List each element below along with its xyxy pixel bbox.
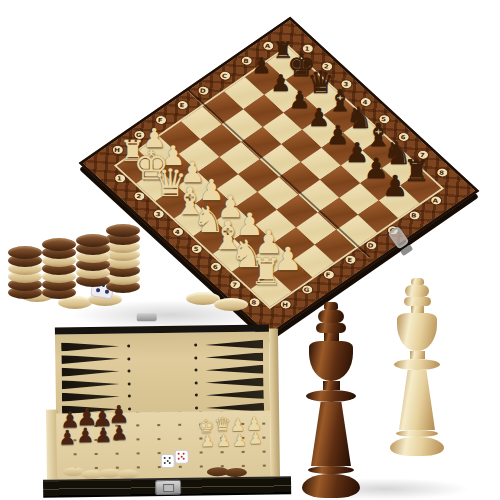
mini-light-piece[interactable]: ♟: [216, 433, 231, 449]
lid-dot: [195, 381, 198, 384]
box-storage-base: ♟♟♟♟♟♟♟♟♚♛♟♟♟♟♟♟: [56, 411, 271, 480]
king-body: [399, 370, 435, 430]
mini-dark-piece[interactable]: ♟: [76, 425, 94, 445]
backgammon-point-left: [61, 342, 119, 352]
coord-text: A: [430, 196, 441, 206]
king-crown: [397, 313, 437, 351]
loose-checker-chip[interactable]: [214, 298, 248, 311]
coord-text: 8: [436, 168, 447, 178]
die-pip: [178, 453, 180, 455]
coord-text: D: [198, 86, 209, 96]
king-base-ring: [396, 430, 438, 437]
chess-piece-dark-p[interactable]: ♟: [252, 55, 272, 77]
coord-label-top-8: 8: [434, 166, 451, 180]
king-foot: [302, 474, 360, 498]
lid-dot: [127, 357, 130, 360]
lid-dot: [127, 344, 130, 347]
chess-piece-dark-p[interactable]: ♟: [270, 72, 291, 95]
coord-text: E: [344, 255, 355, 265]
coord-text: B: [408, 211, 419, 221]
die-pip: [183, 453, 185, 455]
lid-dot: [128, 382, 131, 385]
chess-piece-dark-p[interactable]: ♟: [382, 172, 408, 201]
coord-text: D: [366, 240, 377, 250]
lid-dot: [128, 395, 131, 398]
product-photo-scene: 11AA22BB33CC44DD55EE66FF77GG88HH ♜♟♚♟♛♟♝…: [0, 0, 500, 500]
open-wooden-box: ♟♟♟♟♟♟♟♟♚♛♟♟♟♟♟♟: [41, 318, 291, 497]
king-foot: [390, 437, 444, 456]
coord-text: 1: [114, 174, 125, 184]
mini-light-piece[interactable]: ♟: [232, 433, 247, 449]
king-waist: [410, 351, 425, 359]
die-pip: [164, 462, 166, 464]
flat-checker-chip: [117, 469, 139, 478]
backgammon-point-right: [206, 390, 264, 400]
king-knob-ring: [404, 297, 431, 306]
mini-dark-piece[interactable]: ♟: [110, 423, 128, 443]
flat-checker-chip: [225, 468, 247, 477]
lid-dot: [194, 369, 197, 372]
box-die[interactable]: [175, 450, 189, 464]
lid-dot: [127, 370, 130, 373]
king-collar: [306, 390, 356, 402]
coord-text: B: [241, 56, 252, 66]
coord-label-left-D: D: [195, 84, 212, 98]
checker-chip-dark[interactable]: [8, 246, 42, 259]
lid-dot: [195, 394, 198, 397]
king-knob-ring: [316, 323, 346, 333]
checker-chip-dark[interactable]: [76, 234, 110, 247]
die-pip: [169, 457, 171, 459]
king-cap: [411, 278, 424, 285]
coord-label-left-E: E: [174, 98, 191, 112]
backgammon-point-left: [61, 354, 119, 364]
lid-dot: [195, 407, 198, 410]
checker-chip-dark[interactable]: [106, 224, 140, 237]
display-king-light[interactable]: [390, 278, 444, 456]
lid-dot: [194, 356, 197, 359]
die-pip: [178, 458, 180, 460]
king-waist: [323, 381, 340, 390]
backgammon-point-right: [205, 340, 263, 350]
backgammon-point-right: [205, 365, 263, 375]
king-knob: [405, 285, 429, 297]
mini-light-piece[interactable]: ♟: [248, 431, 263, 447]
king-cap: [324, 302, 338, 310]
king-crown: [309, 341, 353, 381]
king-body: [311, 402, 351, 466]
die-pip: [183, 458, 185, 460]
coord-label-left-C: C: [217, 69, 234, 83]
backgammon-point-right: [206, 377, 264, 387]
king-neck: [411, 306, 424, 313]
king-collar: [394, 359, 440, 370]
backgammon-point-right: [205, 352, 263, 362]
box-die[interactable]: [161, 454, 175, 468]
coord-text: F: [323, 270, 334, 280]
display-king-dark[interactable]: [302, 302, 360, 498]
die-pip: [96, 288, 100, 292]
mini-dark-piece[interactable]: ♟: [58, 427, 76, 447]
king-knob: [318, 310, 344, 323]
coord-text: 2: [133, 192, 144, 202]
backgammon-point-left: [61, 367, 119, 377]
king-neck: [324, 333, 339, 341]
coord-text: A: [262, 41, 273, 51]
box-clasp: [155, 480, 181, 495]
coord-text: E: [176, 101, 187, 111]
mini-light-piece[interactable]: ♟: [200, 433, 215, 449]
backgammon-point-left: [62, 379, 120, 389]
checkers-stacks-group: [0, 210, 270, 320]
coord-text: C: [219, 71, 230, 81]
lid-dot: [194, 344, 197, 347]
king-base-ring: [308, 466, 354, 474]
checker-chip-dark[interactable]: [42, 238, 76, 251]
die-pip: [169, 462, 171, 464]
coord-text: G: [301, 285, 312, 295]
die-pip: [164, 457, 166, 459]
coord-text: H: [280, 300, 291, 310]
